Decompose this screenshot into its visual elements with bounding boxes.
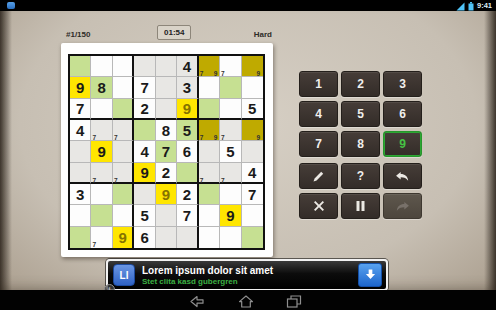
given-digit: 7 (248, 187, 256, 202)
cell-r1c4[interactable] (134, 56, 155, 77)
given-digit: 9 (97, 144, 105, 159)
digit-8-button[interactable]: 8 (341, 131, 380, 157)
cell-r7c9[interactable]: 7 (242, 184, 263, 205)
cell-r2c2[interactable]: 8 (91, 77, 112, 98)
clock: 9:41 (477, 0, 492, 11)
cell-r3c9[interactable]: 5 (242, 99, 263, 120)
given-digit: 5 (140, 208, 148, 223)
cell-r4c5[interactable]: 8 (156, 120, 177, 141)
digit-9-button-selected[interactable]: 9 (383, 131, 422, 157)
ad-app-icon: LI (113, 264, 135, 286)
cell-r1c8[interactable]: 7 (220, 56, 241, 77)
hint-button[interactable]: ? (341, 163, 380, 189)
cell-r4c6[interactable]: 5 (177, 120, 198, 141)
game-background: #1/150 01:54 Hard 4797998737295477857979… (0, 11, 496, 290)
cell-r6c1[interactable] (70, 163, 91, 184)
cell-r7c5[interactable]: 9 (156, 184, 177, 205)
given-digit: 2 (183, 187, 191, 202)
cell-r5c4[interactable]: 4 (134, 141, 155, 162)
sudoku-grid: 4797998737295477857979947657792774392757… (68, 54, 265, 250)
user-digit: 9 (162, 187, 170, 202)
given-digit: 5 (248, 101, 256, 116)
given-digit: 3 (183, 80, 191, 95)
navigation-bar (0, 290, 496, 310)
given-digit: 9 (226, 208, 234, 223)
down-arrow-icon (365, 266, 376, 284)
puzzle-counter: #1/150 (66, 30, 90, 39)
back-button[interactable] (189, 294, 205, 310)
digit-7-button[interactable]: 7 (299, 131, 338, 157)
cell-r5c5[interactable]: 7 (156, 141, 177, 162)
home-button[interactable] (238, 294, 254, 310)
cell-r3c4[interactable]: 2 (134, 99, 155, 120)
cell-r8c2[interactable] (91, 205, 112, 226)
battery-icon (468, 0, 474, 15)
cell-r6c5[interactable]: 2 (156, 163, 177, 184)
cell-r9c5[interactable] (156, 227, 177, 248)
cell-r3c2[interactable] (91, 99, 112, 120)
given-digit: 2 (140, 101, 148, 116)
given-digit: 8 (162, 123, 170, 138)
cell-r1c3[interactable] (113, 56, 134, 77)
cell-r5c7[interactable] (199, 141, 220, 162)
cell-r4c7[interactable]: 79 (199, 120, 220, 141)
cell-r3c1[interactable]: 7 (70, 99, 91, 120)
cell-r4c4[interactable] (134, 120, 155, 141)
cell-r1c9[interactable]: 9 (242, 56, 263, 77)
given-digit: 5 (226, 144, 234, 159)
cell-r6c6[interactable] (177, 163, 198, 184)
cell-r9c4[interactable]: 6 (134, 227, 155, 248)
cell-r1c7[interactable]: 79 (199, 56, 220, 77)
cell-r8c9[interactable] (242, 205, 263, 226)
cell-r6c8[interactable]: 7 (220, 163, 241, 184)
ad-subtitle: Stet clita kasd gubergren (142, 277, 358, 286)
cell-r4c2[interactable]: 7 (91, 120, 112, 141)
cell-r5c8[interactable]: 5 (220, 141, 241, 162)
cell-r1c5[interactable] (156, 56, 177, 77)
digit-4-button[interactable]: 4 (299, 101, 338, 127)
cell-r2c3[interactable] (113, 77, 134, 98)
given-digit: 4 (183, 59, 191, 74)
cell-r1c6[interactable]: 4 (177, 56, 198, 77)
given-digit: 2 (162, 165, 170, 180)
given-digit: 9 (76, 80, 84, 95)
cell-r9c7[interactable] (199, 227, 220, 248)
cell-r7c7[interactable] (199, 184, 220, 205)
given-digit: 3 (76, 187, 84, 202)
pause-button[interactable] (341, 193, 380, 219)
cell-r7c3[interactable] (113, 184, 134, 205)
app-screen: 9:41 #1/150 01:54 Hard 47979987372954778… (0, 0, 496, 310)
cell-r2c5[interactable] (156, 77, 177, 98)
cell-r5c9[interactable] (242, 141, 263, 162)
given-digit: 7 (140, 80, 148, 95)
given-digit: 4 (248, 165, 256, 180)
cell-r5c2[interactable]: 9 (91, 141, 112, 162)
pause-icon (356, 201, 365, 211)
given-digit: 6 (183, 144, 191, 159)
cell-r9c9[interactable] (242, 227, 263, 248)
pencil-mark-7: 7 (92, 242, 96, 249)
cell-r4c9[interactable]: 9 (242, 120, 263, 141)
ad-download-button[interactable] (358, 263, 382, 287)
recents-button[interactable] (286, 294, 302, 310)
given-digit: 7 (76, 101, 84, 116)
cell-r3c6[interactable]: 9 (177, 99, 198, 120)
cell-r7c8[interactable] (220, 184, 241, 205)
user-digit: 9 (183, 101, 191, 116)
pencil-button[interactable] (299, 163, 338, 189)
cell-r8c5[interactable] (156, 205, 177, 226)
given-digit: 6 (140, 230, 148, 245)
cell-r9c1[interactable] (70, 227, 91, 248)
cell-r7c4[interactable] (134, 184, 155, 205)
redo-arrow-icon (395, 201, 410, 212)
cell-r8c3[interactable] (113, 205, 134, 226)
signal-icon (456, 0, 465, 15)
cell-r8c4[interactable]: 5 (134, 205, 155, 226)
cell-r9c2[interactable]: 7 (91, 227, 112, 248)
undo-button[interactable] (383, 163, 422, 189)
cell-r5c6[interactable]: 6 (177, 141, 198, 162)
given-digit: 8 (97, 80, 105, 95)
cell-r6c3[interactable]: 7 (113, 163, 134, 184)
undo-arrow-icon (395, 171, 410, 182)
ad-title: Lorem ipsum dolor sit amet (142, 265, 358, 277)
cell-r1c2[interactable] (91, 56, 112, 77)
keypad-digits: 1 2 3 4 5 6 7 8 9 (299, 71, 423, 157)
cell-r6c7[interactable]: 7 (199, 163, 220, 184)
given-digit: 7 (183, 208, 191, 223)
cell-r4c1[interactable]: 4 (70, 120, 91, 141)
cell-r2c6[interactable]: 3 (177, 77, 198, 98)
given-digit: 5 (183, 123, 191, 138)
cell-r3c7[interactable] (199, 99, 220, 120)
ad-banner[interactable]: LI Lorem ipsum dolor sit amet Stet clita… (106, 259, 388, 291)
cell-r4c3[interactable]: 7 (113, 120, 134, 141)
board-paper: 4797998737295477857979947657792774392757… (61, 43, 273, 257)
given-digit: 9 (140, 165, 148, 180)
cell-r3c3[interactable] (113, 99, 134, 120)
cell-r9c3[interactable]: 9 (113, 227, 134, 248)
digit-3-button[interactable]: 3 (383, 71, 422, 97)
notification-icon (7, 2, 15, 9)
cell-r7c1[interactable]: 3 (70, 184, 91, 205)
cell-r5c3[interactable] (113, 141, 134, 162)
given-digit: 4 (140, 144, 148, 159)
cell-r6c9[interactable]: 4 (242, 163, 263, 184)
digit-6-button[interactable]: 6 (383, 101, 422, 127)
cell-r2c7[interactable] (199, 77, 220, 98)
digit-2-button[interactable]: 2 (341, 71, 380, 97)
keypad-tools: ? (299, 163, 423, 219)
difficulty-label: Hard (254, 30, 272, 39)
cell-r9c8[interactable] (220, 227, 241, 248)
redo-button-disabled[interactable] (383, 193, 422, 219)
cell-r2c9[interactable] (242, 77, 263, 98)
cell-r1c1[interactable] (70, 56, 91, 77)
cell-r4c8[interactable]: 7 (220, 120, 241, 141)
cell-r7c2[interactable] (91, 184, 112, 205)
x-icon (314, 201, 324, 211)
digit-1-button[interactable]: 1 (299, 71, 338, 97)
cell-r3c5[interactable] (156, 99, 177, 120)
cell-r2c8[interactable] (220, 77, 241, 98)
cell-r9c6[interactable] (177, 227, 198, 248)
cell-r7c6[interactable]: 2 (177, 184, 198, 205)
cell-r8c6[interactable]: 7 (177, 205, 198, 226)
cell-r8c7[interactable] (199, 205, 220, 226)
cell-r6c4[interactable]: 9 (134, 163, 155, 184)
clear-button[interactable] (299, 193, 338, 219)
cell-r8c1[interactable] (70, 205, 91, 226)
cell-r3c8[interactable] (220, 99, 241, 120)
cell-r8c8[interactable]: 9 (220, 205, 241, 226)
given-digit: 4 (76, 123, 84, 138)
given-digit: 7 (162, 144, 170, 159)
keypad: 1 2 3 4 5 6 7 8 9 ? (299, 71, 423, 219)
digit-5-button[interactable]: 5 (341, 101, 380, 127)
pencil-icon (312, 170, 325, 183)
user-digit: 9 (118, 230, 126, 245)
cell-r5c1[interactable] (70, 141, 91, 162)
timer[interactable]: 01:54 (157, 25, 191, 40)
cell-r2c4[interactable]: 7 (134, 77, 155, 98)
status-bar: 9:41 (0, 0, 496, 11)
cell-r6c2[interactable]: 7 (91, 163, 112, 184)
cell-r2c1[interactable]: 9 (70, 77, 91, 98)
